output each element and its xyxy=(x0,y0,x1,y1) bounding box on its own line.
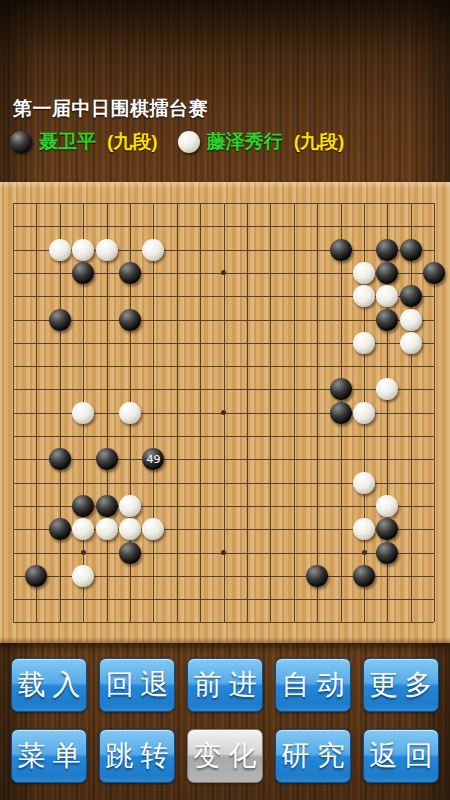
star-point xyxy=(221,270,226,275)
auto-button[interactable]: 自动 xyxy=(275,658,351,712)
black-stone xyxy=(376,518,398,540)
black-stone xyxy=(119,262,141,284)
player-white-rank: (九段) xyxy=(294,129,345,155)
grid-line xyxy=(13,599,434,600)
white-stone-icon xyxy=(178,131,200,153)
match-title: 第一届中日围棋擂台赛 xyxy=(13,96,208,122)
black-stone xyxy=(119,542,141,564)
study-button[interactable]: 研究 xyxy=(275,729,351,783)
more-button[interactable]: 更多 xyxy=(363,658,439,712)
grid-line xyxy=(317,203,318,622)
last-move-stone: 49 xyxy=(142,448,164,470)
black-stone xyxy=(330,402,352,424)
jump-button[interactable]: 跳转 xyxy=(99,729,175,783)
black-stone xyxy=(423,262,445,284)
variation-button[interactable]: 变化 xyxy=(187,729,263,783)
player-black: 聂卫平 (九段) xyxy=(10,129,158,155)
black-stone xyxy=(400,285,422,307)
star-point xyxy=(81,550,86,555)
back-button[interactable]: 返回 xyxy=(363,729,439,783)
black-stone xyxy=(306,565,328,587)
grid-line xyxy=(411,203,412,622)
toolbar-row-2: 菜单 跳转 变化 研究 返回 xyxy=(0,729,450,783)
black-stone xyxy=(72,262,94,284)
white-stone xyxy=(376,495,398,517)
black-stone xyxy=(25,565,47,587)
load-button[interactable]: 载入 xyxy=(11,658,87,712)
white-stone xyxy=(119,495,141,517)
app-screen: { "header": { "title": "第一届中日围棋擂台赛", "pl… xyxy=(0,0,450,800)
white-stone xyxy=(72,565,94,587)
white-stone xyxy=(400,332,422,354)
black-stone xyxy=(376,309,398,331)
grid-line xyxy=(13,622,434,623)
white-stone xyxy=(376,285,398,307)
black-stone xyxy=(119,309,141,331)
player-black-rank: (九段) xyxy=(107,129,158,155)
star-point xyxy=(221,550,226,555)
white-stone xyxy=(376,378,398,400)
black-stone xyxy=(353,565,375,587)
white-stone xyxy=(72,402,94,424)
white-stone xyxy=(353,402,375,424)
black-stone xyxy=(49,448,71,470)
white-stone xyxy=(353,472,375,494)
menu-button[interactable]: 菜单 xyxy=(11,729,87,783)
star-point xyxy=(362,550,367,555)
white-stone xyxy=(353,518,375,540)
white-stone xyxy=(72,239,94,261)
player-black-name: 聂卫平 xyxy=(39,129,96,155)
black-stone xyxy=(376,262,398,284)
player-white-name: 藤泽秀行 xyxy=(207,129,283,155)
black-stone xyxy=(49,518,71,540)
black-stone xyxy=(49,309,71,331)
black-stone xyxy=(330,239,352,261)
grid-line xyxy=(270,203,271,622)
white-stone xyxy=(49,239,71,261)
grid-line xyxy=(13,436,434,437)
grid-line xyxy=(13,459,434,460)
black-stone xyxy=(376,239,398,261)
player-white: 藤泽秀行 (九段) xyxy=(178,129,345,155)
white-stone xyxy=(353,262,375,284)
undo-button[interactable]: 回退 xyxy=(99,658,175,712)
white-stone xyxy=(96,239,118,261)
white-stone xyxy=(142,239,164,261)
toolbar-row-1: 载入 回退 前进 自动 更多 xyxy=(0,658,450,712)
white-stone xyxy=(72,518,94,540)
white-stone xyxy=(142,518,164,540)
players-bar: 聂卫平 (九段) 藤泽秀行 (九段) xyxy=(10,129,344,155)
go-board[interactable]: 49 xyxy=(0,182,450,643)
white-stone xyxy=(353,332,375,354)
white-stone xyxy=(400,309,422,331)
black-stone xyxy=(72,495,94,517)
black-stone xyxy=(376,542,398,564)
white-stone xyxy=(96,518,118,540)
white-stone xyxy=(353,285,375,307)
black-stone xyxy=(400,239,422,261)
white-stone xyxy=(119,402,141,424)
black-stone-icon xyxy=(10,131,32,153)
white-stone xyxy=(119,518,141,540)
forward-button[interactable]: 前进 xyxy=(187,658,263,712)
move-number-label: 49 xyxy=(146,454,160,465)
star-point xyxy=(221,410,226,415)
black-stone xyxy=(96,448,118,470)
grid-line xyxy=(247,203,248,622)
black-stone xyxy=(96,495,118,517)
black-stone xyxy=(330,378,352,400)
grid-line xyxy=(294,203,295,622)
